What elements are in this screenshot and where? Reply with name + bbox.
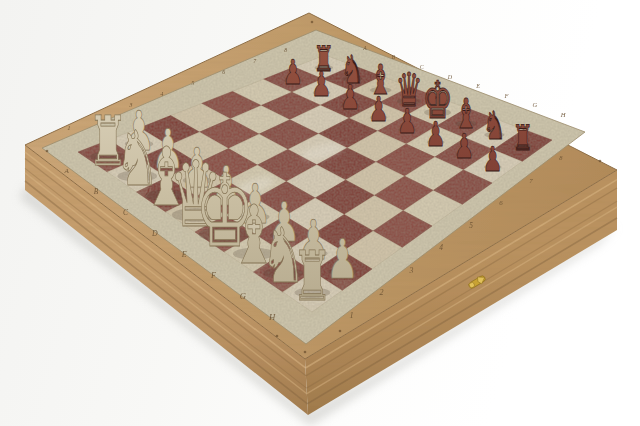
file-label-near-h: H	[268, 312, 276, 322]
rank-label-right-7: 7	[529, 177, 533, 184]
file-label-near-a: A	[64, 167, 70, 175]
piece-white-rook-h1: ♜	[292, 237, 333, 317]
file-label-near-g: G	[240, 291, 246, 301]
rank-label-right-5: 5	[469, 221, 473, 230]
file-label-near-b: B	[94, 187, 99, 196]
rank-label-right-3: 3	[408, 266, 413, 275]
frame-dot	[276, 335, 279, 338]
file-label-far-f: F	[504, 92, 509, 99]
piece-red-pawn-h7: ♟	[483, 139, 503, 179]
rank-label-right-2: 2	[379, 288, 383, 297]
piece-red-pawn-e7: ♟	[397, 101, 417, 141]
piece-red-pawn-a7: ♟	[283, 52, 303, 92]
rank-label-right-4: 4	[439, 243, 443, 252]
piece-red-pawn-c7: ♟	[340, 77, 360, 117]
rank-label-left-5: 5	[191, 80, 194, 86]
frame-dot	[304, 351, 307, 354]
frame-dot	[599, 160, 602, 163]
piece-red-rook-h8: ♜	[512, 117, 533, 158]
piece-red-pawn-g7: ♟	[454, 126, 474, 166]
rank-label-left-6: 6	[222, 69, 225, 75]
frame-dot	[311, 21, 314, 24]
rank-label-right-1: 1	[349, 311, 353, 320]
piece-red-pawn-b7: ♟	[311, 64, 331, 104]
rank-label-right-6: 6	[499, 199, 503, 207]
chess-board-scene: AABBCCDDEEFFGGHH1122334455667788♜♞♝♛♚♝♞♜…	[0, 0, 640, 426]
piece-red-pawn-d7: ♟	[368, 89, 388, 129]
rank-label-left-4: 4	[160, 90, 163, 97]
piece-red-pawn-f7: ♟	[426, 114, 446, 154]
file-label-far-h: H	[560, 111, 567, 118]
frame-dot	[46, 150, 49, 153]
rank-label-left-1: 1	[67, 124, 70, 131]
file-label-far-e: E	[475, 82, 480, 89]
chess-set-photo: AABBCCDDEEFFGGHH1122334455667788♜♞♝♛♚♝♞♜…	[0, 0, 640, 426]
file-label-far-g: G	[532, 101, 537, 108]
frame-dot	[339, 330, 342, 333]
